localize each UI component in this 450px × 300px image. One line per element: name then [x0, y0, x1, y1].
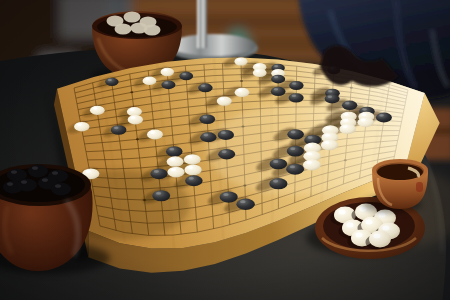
vignette: [0, 0, 450, 300]
scene-canvas: [0, 0, 450, 300]
photo-go-game-scene: [0, 0, 450, 300]
